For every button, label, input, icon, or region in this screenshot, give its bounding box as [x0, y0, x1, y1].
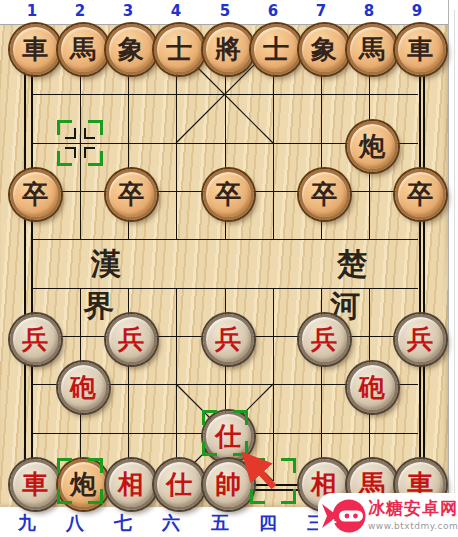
watermark-candy-robot-icon — [320, 495, 366, 537]
piece-red-cannon[interactable]: 砲 — [58, 362, 109, 413]
top-label-2: 2 — [67, 2, 93, 20]
piece-black-advisor[interactable]: 士 — [154, 24, 205, 75]
bottom-label-4: 六 — [158, 511, 184, 535]
grid-line — [273, 46, 274, 239]
piece-red-soldier[interactable]: 兵 — [10, 314, 61, 365]
top-coordinate-strip: 123456789 — [0, 0, 458, 25]
piece-black-elephant[interactable]: 象 — [106, 24, 157, 75]
river-label-chu-he: 楚河 — [304, 243, 400, 285]
piece-black-general[interactable]: 將 — [203, 24, 254, 75]
piece-red-soldier[interactable]: 兵 — [203, 314, 254, 365]
piece-black-soldier[interactable]: 卒 — [10, 169, 61, 220]
bottom-label-6: 四 — [255, 511, 281, 535]
piece-red-general[interactable]: 帥 — [203, 459, 254, 510]
piece-black-advisor[interactable]: 士 — [251, 24, 302, 75]
grid-line — [176, 46, 177, 239]
piece-black-elephant[interactable]: 象 — [299, 24, 350, 75]
top-label-5: 5 — [212, 2, 238, 20]
top-label-4: 4 — [163, 2, 189, 20]
piece-black-soldier[interactable]: 卒 — [203, 169, 254, 220]
top-label-3: 3 — [115, 2, 141, 20]
piece-black-soldier[interactable]: 卒 — [106, 169, 157, 220]
river-label-han-jie: 漢界 — [58, 243, 154, 285]
top-label-1: 1 — [19, 2, 45, 20]
piece-red-cannon[interactable]: 砲 — [347, 362, 398, 413]
piece-black-soldier[interactable]: 卒 — [299, 169, 350, 220]
piece-red-soldier[interactable]: 兵 — [106, 314, 157, 365]
grid-line — [176, 288, 177, 481]
piece-red-elephant[interactable]: 相 — [106, 459, 157, 510]
bottom-label-2: 八 — [62, 511, 88, 535]
grid-line — [32, 239, 418, 240]
bottom-label-1: 九 — [14, 511, 40, 535]
bottom-label-3: 七 — [110, 511, 136, 535]
piece-black-horse[interactable]: 馬 — [58, 24, 109, 75]
piece-black-chariot[interactable]: 車 — [395, 24, 446, 75]
piece-black-horse[interactable]: 馬 — [347, 24, 398, 75]
piece-black-cannon[interactable]: 炮 — [347, 121, 398, 172]
watermark: 冰糖安卓网 www.btxtdmy.com — [318, 493, 458, 537]
piece-black-chariot[interactable]: 車 — [10, 24, 61, 75]
piece-red-advisor[interactable]: 仕 — [154, 459, 205, 510]
piece-red-soldier[interactable]: 兵 — [395, 314, 446, 365]
top-label-8: 8 — [356, 2, 382, 20]
right-gutter — [448, 0, 458, 537]
piece-black-cannon[interactable]: 炮 — [58, 459, 109, 510]
point-marker — [65, 128, 95, 158]
bottom-label-5: 五 — [207, 511, 233, 535]
top-label-7: 7 — [308, 2, 334, 20]
piece-red-advisor[interactable]: 仕 — [203, 411, 254, 462]
top-label-6: 6 — [260, 2, 286, 20]
piece-red-chariot[interactable]: 車 — [10, 459, 61, 510]
watermark-site-name: 冰糖安卓网 — [368, 497, 458, 520]
piece-red-soldier[interactable]: 兵 — [299, 314, 350, 365]
grid-line — [273, 288, 274, 481]
watermark-url: www.btxtdmy.com — [368, 521, 458, 531]
top-label-9: 9 — [404, 2, 430, 20]
piece-black-soldier[interactable]: 卒 — [395, 169, 446, 220]
xiangqi-app: 123456789 九八七六五四三二一 漢界 楚河 車馬象士將士象馬車炮卒卒卒卒… — [0, 0, 458, 537]
